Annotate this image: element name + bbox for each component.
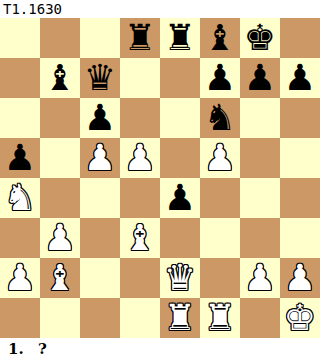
square-h8[interactable]	[280, 18, 320, 58]
piece-black-pawn: ♟	[84, 98, 116, 138]
piece-white-pawn: ♟	[4, 258, 36, 298]
square-g7[interactable]: ♟	[240, 58, 280, 98]
square-b6[interactable]	[40, 98, 80, 138]
square-f2[interactable]	[200, 258, 240, 298]
square-c3[interactable]	[80, 218, 120, 258]
square-b4[interactable]	[40, 178, 80, 218]
piece-white-pawn: ♟	[84, 138, 116, 178]
piece-black-pawn: ♟	[164, 178, 196, 218]
square-b5[interactable]	[40, 138, 80, 178]
square-a2[interactable]: ♟	[0, 258, 40, 298]
square-d7[interactable]	[120, 58, 160, 98]
square-f7[interactable]: ♟	[200, 58, 240, 98]
square-a7[interactable]	[0, 58, 40, 98]
square-h6[interactable]	[280, 98, 320, 138]
square-e6[interactable]	[160, 98, 200, 138]
piece-white-rook: ♜	[204, 298, 236, 338]
square-g4[interactable]	[240, 178, 280, 218]
square-c2[interactable]	[80, 258, 120, 298]
piece-black-pawn: ♟	[204, 58, 236, 98]
square-b7[interactable]: ♝	[40, 58, 80, 98]
piece-black-bishop: ♝	[204, 18, 236, 58]
square-e2[interactable]: ♛	[160, 258, 200, 298]
square-f5[interactable]: ♟	[200, 138, 240, 178]
square-f3[interactable]	[200, 218, 240, 258]
square-a5[interactable]: ♟	[0, 138, 40, 178]
piece-white-pawn: ♟	[44, 218, 76, 258]
square-a1[interactable]	[0, 298, 40, 338]
piece-black-pawn: ♟	[284, 58, 316, 98]
square-a4[interactable]: ♞	[0, 178, 40, 218]
footer: 1. ?	[0, 338, 320, 360]
square-g1[interactable]	[240, 298, 280, 338]
square-d4[interactable]	[120, 178, 160, 218]
square-c8[interactable]	[80, 18, 120, 58]
square-f1[interactable]: ♜	[200, 298, 240, 338]
square-e1[interactable]: ♜	[160, 298, 200, 338]
move-prompt: 1. ?	[0, 340, 47, 358]
chess-puzzle-app: T1.1630 ♜♜♝♚♝♛♟♟♟♟♞♟♟♟♟♞♟♟♝♟♝♛♟♟♜♜♚ 1. ?	[0, 0, 320, 360]
square-b8[interactable]	[40, 18, 80, 58]
square-d6[interactable]	[120, 98, 160, 138]
piece-black-knight: ♞	[204, 98, 236, 138]
puzzle-title: T1.1630	[0, 1, 62, 17]
square-a8[interactable]	[0, 18, 40, 58]
piece-black-pawn: ♟	[4, 138, 36, 178]
piece-white-queen: ♛	[164, 258, 196, 298]
square-h3[interactable]	[280, 218, 320, 258]
square-c4[interactable]	[80, 178, 120, 218]
piece-black-pawn: ♟	[244, 58, 276, 98]
square-h7[interactable]: ♟	[280, 58, 320, 98]
square-e3[interactable]	[160, 218, 200, 258]
square-f8[interactable]: ♝	[200, 18, 240, 58]
square-d5[interactable]: ♟	[120, 138, 160, 178]
square-c1[interactable]	[80, 298, 120, 338]
square-c6[interactable]: ♟	[80, 98, 120, 138]
square-b1[interactable]	[40, 298, 80, 338]
piece-white-rook: ♜	[164, 298, 196, 338]
titlebar: T1.1630	[0, 0, 320, 18]
square-f4[interactable]	[200, 178, 240, 218]
square-b3[interactable]: ♟	[40, 218, 80, 258]
square-c5[interactable]: ♟	[80, 138, 120, 178]
square-b2[interactable]: ♝	[40, 258, 80, 298]
piece-black-rook: ♜	[164, 18, 196, 58]
piece-white-bishop: ♝	[124, 218, 156, 258]
square-d1[interactable]	[120, 298, 160, 338]
square-d3[interactable]: ♝	[120, 218, 160, 258]
piece-white-king: ♚	[284, 298, 316, 338]
piece-white-pawn: ♟	[204, 138, 236, 178]
square-a6[interactable]	[0, 98, 40, 138]
square-c7[interactable]: ♛	[80, 58, 120, 98]
piece-white-knight: ♞	[4, 178, 36, 218]
square-h5[interactable]	[280, 138, 320, 178]
square-g2[interactable]: ♟	[240, 258, 280, 298]
piece-white-bishop: ♝	[44, 258, 76, 298]
piece-black-rook: ♜	[124, 18, 156, 58]
square-e7[interactable]	[160, 58, 200, 98]
square-e5[interactable]	[160, 138, 200, 178]
square-d2[interactable]	[120, 258, 160, 298]
chess-board: ♜♜♝♚♝♛♟♟♟♟♞♟♟♟♟♞♟♟♝♟♝♛♟♟♜♜♚	[0, 18, 320, 338]
piece-white-pawn: ♟	[124, 138, 156, 178]
square-d8[interactable]: ♜	[120, 18, 160, 58]
square-e4[interactable]: ♟	[160, 178, 200, 218]
square-a3[interactable]	[0, 218, 40, 258]
square-g6[interactable]	[240, 98, 280, 138]
piece-black-queen: ♛	[84, 58, 116, 98]
square-h1[interactable]: ♚	[280, 298, 320, 338]
piece-white-pawn: ♟	[244, 258, 276, 298]
square-g8[interactable]: ♚	[240, 18, 280, 58]
square-h2[interactable]: ♟	[280, 258, 320, 298]
piece-black-bishop: ♝	[44, 58, 76, 98]
square-g3[interactable]	[240, 218, 280, 258]
square-e8[interactable]: ♜	[160, 18, 200, 58]
square-h4[interactable]	[280, 178, 320, 218]
piece-white-pawn: ♟	[284, 258, 316, 298]
square-g5[interactable]	[240, 138, 280, 178]
square-f6[interactable]: ♞	[200, 98, 240, 138]
piece-black-king: ♚	[244, 18, 276, 58]
